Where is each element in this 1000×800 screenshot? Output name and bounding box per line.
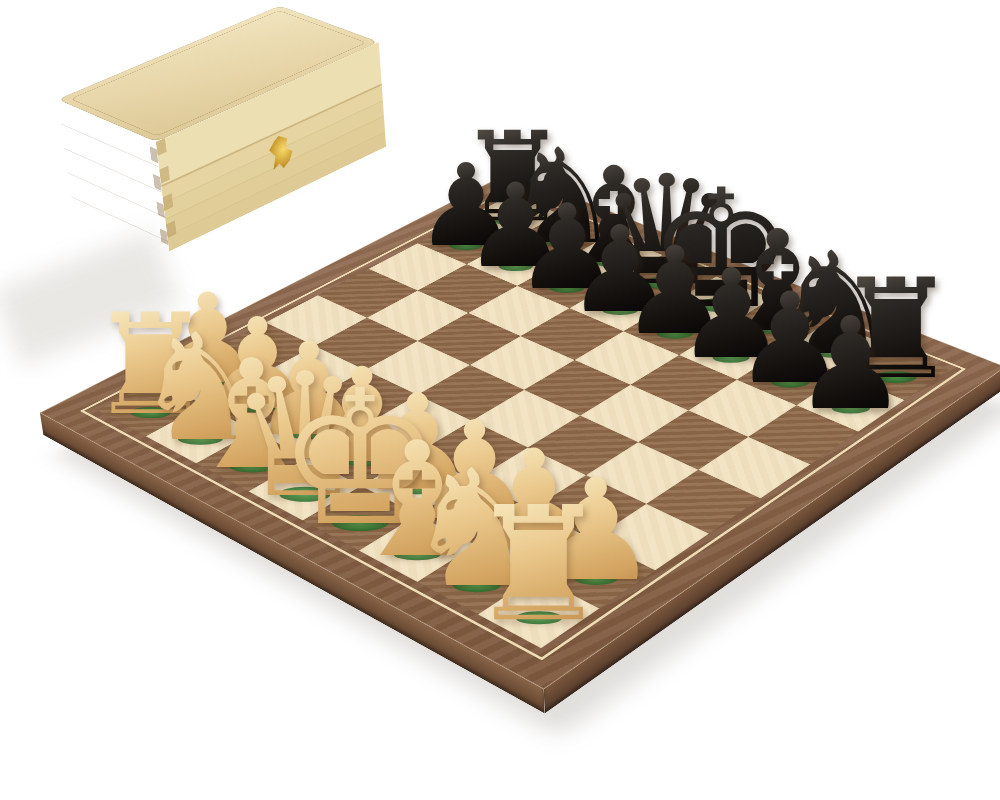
scene: ♜♞♝♛♚♝♞♜♟♟♟♟♟♟♟♟♟♟♟♟♟♟♟♟♜♞♝♛♚♝♞♜ bbox=[0, 0, 1000, 800]
brass-clasp bbox=[268, 129, 294, 174]
table-plane bbox=[43, 192, 1000, 713]
chess-board bbox=[40, 172, 1000, 689]
board-squares bbox=[97, 195, 949, 649]
box-cast-shadow bbox=[0, 230, 181, 366]
